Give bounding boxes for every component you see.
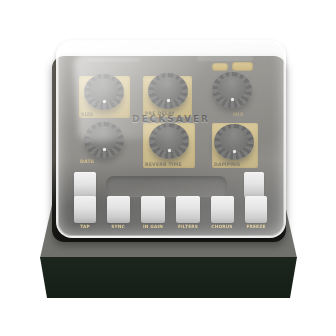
decksaver-cover: DECKSAVER [56, 40, 286, 238]
product-photo: SIZE PRE DELAY REVERB TIME DAMPING MIX D… [0, 0, 336, 336]
decksaver-logo: DECKSAVER [101, 114, 241, 124]
